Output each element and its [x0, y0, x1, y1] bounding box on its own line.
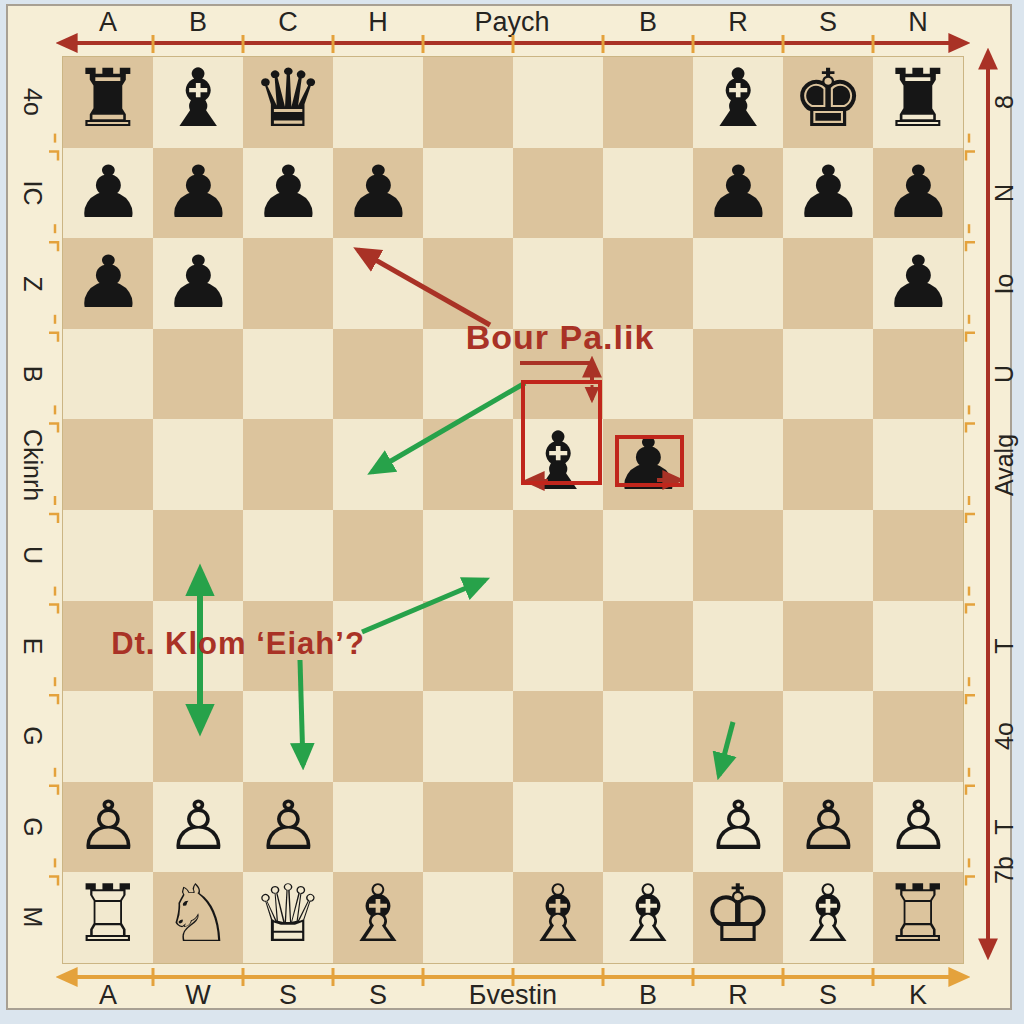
square-r1c8: ♝ [693, 57, 783, 148]
black-piece-p: ♟ [162, 156, 234, 228]
square-r10c8: ♔ [693, 872, 783, 963]
black-piece-p: ♟ [342, 156, 414, 228]
square-r5c4 [333, 419, 423, 510]
rank-label-right-8: T [990, 819, 1019, 834]
square-r2c8: ♟ [693, 148, 783, 239]
white-piece-p: ♙ [705, 792, 771, 860]
white-piece-b: ♗ [523, 875, 594, 954]
square-r5c5 [423, 419, 513, 510]
square-r6c5 [423, 510, 513, 601]
file-label-bottom-3: S [279, 980, 297, 1011]
square-r1c3: ♛ [243, 57, 333, 148]
square-r3c4 [333, 238, 423, 329]
file-label-bottom-1: A [99, 980, 117, 1011]
file-label-top-3: C [278, 7, 298, 38]
rank-label-right-1: 8 [990, 95, 1019, 109]
square-r10c9: ♗ [783, 872, 873, 963]
square-r7c10 [873, 601, 963, 692]
square-r10c1: ♖ [63, 872, 153, 963]
square-r4c4 [333, 329, 423, 420]
square-r9c9: ♙ [783, 782, 873, 873]
square-r5c8 [693, 419, 783, 510]
white-piece-q: ♕ [253, 875, 324, 954]
square-r4c9 [783, 329, 873, 420]
square-r10c3: ♕ [243, 872, 333, 963]
white-piece-k: ♔ [703, 875, 774, 954]
black-piece-p: ♟ [72, 156, 144, 228]
square-r9c7 [603, 782, 693, 873]
rank-label-right-6: T [990, 638, 1019, 653]
square-r9c4 [333, 782, 423, 873]
rank-label-left-7: E [18, 638, 47, 655]
chess-board: ♜♝♛♝♚♜♟♟♟♟♟♟♟♟♟♟♝♟♙♙♙♙♙♙♖♘♕♗♗♗♔♗♖ [63, 57, 963, 963]
square-r3c6 [513, 238, 603, 329]
square-r2c5 [423, 148, 513, 239]
file-label-top-2: B [189, 7, 207, 38]
white-piece-b: ♗ [613, 875, 684, 954]
chess-diagram: ♜♝♛♝♚♜♟♟♟♟♟♟♟♟♟♟♝♟♙♙♙♙♙♙♖♘♕♗♗♗♔♗♖ ABCHPa… [0, 0, 1024, 1024]
square-r3c8 [693, 238, 783, 329]
square-r4c10 [873, 329, 963, 420]
rank-label-right-2: N [990, 184, 1019, 202]
square-r9c8: ♙ [693, 782, 783, 873]
square-r6c7 [603, 510, 693, 601]
square-r8c9 [783, 691, 873, 782]
file-label-bottom-4: S [369, 980, 387, 1011]
square-r7c9 [783, 601, 873, 692]
square-r6c2 [153, 510, 243, 601]
file-label-bottom-8: S [819, 980, 837, 1011]
square-r2c3: ♟ [243, 148, 333, 239]
rank-label-right-4: U [990, 365, 1019, 383]
white-piece-b: ♗ [343, 875, 414, 954]
square-r7c5 [423, 601, 513, 692]
black-piece-p: ♟ [792, 156, 864, 228]
square-r3c7 [603, 238, 693, 329]
file-label-top-8: S [819, 7, 837, 38]
square-r6c4 [333, 510, 423, 601]
black-piece-b: ♝ [522, 422, 594, 502]
square-r9c1: ♙ [63, 782, 153, 873]
square-r9c2: ♙ [153, 782, 243, 873]
square-r3c2: ♟ [153, 238, 243, 329]
rank-label-left-1: 4o [18, 88, 47, 116]
black-piece-p: ♟ [162, 246, 234, 318]
file-label-bottom-7: R [728, 980, 748, 1011]
white-piece-p: ♙ [75, 792, 141, 860]
square-r2c6 [513, 148, 603, 239]
square-r5c3 [243, 419, 333, 510]
rank-label-left-5: Ckinrh [18, 429, 47, 501]
black-piece-p: ♟ [702, 156, 774, 228]
square-r5c10 [873, 419, 963, 510]
square-r5c9 [783, 419, 873, 510]
black-piece-r: ♜ [72, 59, 144, 139]
rank-label-left-6: U [18, 546, 47, 564]
square-r9c3: ♙ [243, 782, 333, 873]
square-r6c6 [513, 510, 603, 601]
square-r10c2: ♘ [153, 872, 243, 963]
square-r8c1 [63, 691, 153, 782]
square-r8c10 [873, 691, 963, 782]
black-piece-p: ♟ [612, 428, 684, 500]
square-r3c5 [423, 238, 513, 329]
square-r8c8 [693, 691, 783, 782]
black-piece-b: ♝ [702, 59, 774, 139]
square-r3c10: ♟ [873, 238, 963, 329]
square-r2c1: ♟ [63, 148, 153, 239]
black-piece-b: ♝ [162, 59, 234, 139]
square-r2c4: ♟ [333, 148, 423, 239]
square-r6c1 [63, 510, 153, 601]
black-piece-p: ♟ [882, 156, 954, 228]
white-piece-p: ♙ [255, 792, 321, 860]
square-r10c10: ♖ [873, 872, 963, 963]
square-r1c1: ♜ [63, 57, 153, 148]
square-r6c8 [693, 510, 783, 601]
square-r8c5 [423, 691, 513, 782]
square-r6c9 [783, 510, 873, 601]
square-r1c5 [423, 57, 513, 148]
square-r3c3 [243, 238, 333, 329]
file-label-bottom-6: B [639, 980, 657, 1011]
square-r6c10 [873, 510, 963, 601]
square-r8c7 [603, 691, 693, 782]
annotation-caption-2: Dt. Klom ‘Eiah’? [111, 626, 365, 662]
square-r9c6 [513, 782, 603, 873]
square-r9c5 [423, 782, 513, 873]
rank-label-right-5: Avalg [990, 434, 1019, 496]
white-piece-p: ♙ [885, 792, 951, 860]
square-r7c7 [603, 601, 693, 692]
square-r8c4 [333, 691, 423, 782]
square-r2c10: ♟ [873, 148, 963, 239]
square-r1c2: ♝ [153, 57, 243, 148]
square-r5c2 [153, 419, 243, 510]
white-piece-r: ♖ [883, 875, 954, 954]
square-r10c7: ♗ [603, 872, 693, 963]
rank-label-left-4: B [18, 366, 47, 383]
square-r2c7 [603, 148, 693, 239]
square-r1c10: ♜ [873, 57, 963, 148]
square-r1c7 [603, 57, 693, 148]
square-r10c5 [423, 872, 513, 963]
file-label-bottom-2: W [185, 980, 210, 1011]
white-piece-p: ♙ [165, 792, 231, 860]
file-label-bottom-5: Бvestin [469, 980, 557, 1011]
white-piece-n: ♘ [163, 875, 234, 954]
square-r4c8 [693, 329, 783, 420]
square-r5c6: ♝ [513, 419, 603, 510]
rank-label-right-7: 4o [990, 722, 1019, 750]
square-r8c3 [243, 691, 333, 782]
square-r1c9: ♚ [783, 57, 873, 148]
black-piece-p: ♟ [72, 246, 144, 318]
square-r9c10: ♙ [873, 782, 963, 873]
file-label-top-9: N [908, 7, 928, 38]
square-r5c7: ♟ [603, 419, 693, 510]
square-r5c1 [63, 419, 153, 510]
file-label-bottom-9: K [909, 980, 927, 1011]
rank-label-left-2: IC [18, 181, 47, 206]
file-label-top-1: A [99, 7, 117, 38]
white-piece-r: ♖ [73, 875, 144, 954]
square-r4c1 [63, 329, 153, 420]
black-piece-p: ♟ [252, 156, 324, 228]
square-r8c2 [153, 691, 243, 782]
square-r7c6 [513, 601, 603, 692]
file-label-top-7: R [728, 7, 748, 38]
rank-label-right-3: Io [990, 274, 1019, 295]
black-piece-q: ♛ [252, 59, 324, 139]
square-r1c4 [333, 57, 423, 148]
square-r2c2: ♟ [153, 148, 243, 239]
file-label-top-6: B [639, 7, 657, 38]
square-r3c1: ♟ [63, 238, 153, 329]
square-r10c4: ♗ [333, 872, 423, 963]
square-r4c3 [243, 329, 333, 420]
rank-label-left-9: G [18, 817, 47, 836]
square-r1c6 [513, 57, 603, 148]
square-r4c2 [153, 329, 243, 420]
rank-label-right-9: 7b [990, 856, 1019, 884]
rank-label-left-10: M [18, 907, 47, 928]
square-r6c3 [243, 510, 333, 601]
white-piece-b: ♗ [793, 875, 864, 954]
square-r8c6 [513, 691, 603, 782]
square-r2c9: ♟ [783, 148, 873, 239]
annotation-caption-1: Bour Pa.lik [466, 318, 655, 357]
black-piece-k: ♚ [792, 59, 864, 139]
rank-label-left-8: G [18, 726, 47, 745]
square-r7c8 [693, 601, 783, 692]
rank-label-left-3: Z [18, 276, 47, 291]
white-piece-p: ♙ [795, 792, 861, 860]
file-label-top-5: Paych [474, 7, 549, 38]
black-piece-p: ♟ [882, 246, 954, 318]
file-label-top-4: H [368, 7, 388, 38]
square-r10c6: ♗ [513, 872, 603, 963]
square-r3c9 [783, 238, 873, 329]
black-piece-r: ♜ [882, 59, 954, 139]
